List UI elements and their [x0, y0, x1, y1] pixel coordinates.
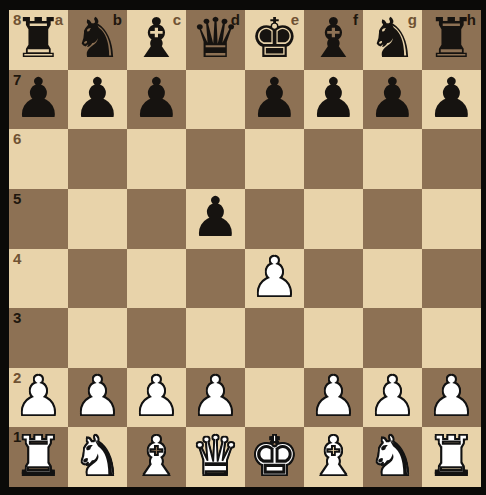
white-queen-d1-icon[interactable]: ♛ — [191, 429, 240, 484]
black-pawn-c7-icon[interactable]: ♟ — [132, 71, 181, 126]
white-pawn-c2-icon[interactable]: ♟ — [132, 369, 181, 424]
white-king-e1-icon[interactable]: ♚ — [250, 429, 299, 484]
black-rook-a8-icon[interactable]: ♜ — [14, 11, 63, 66]
square-f3[interactable] — [304, 308, 363, 368]
square-b2[interactable]: ♟ — [68, 368, 127, 428]
white-pawn-h2-icon[interactable]: ♟ — [427, 369, 476, 424]
square-e2[interactable] — [245, 368, 304, 428]
square-e8[interactable]: e♚ — [245, 10, 304, 70]
square-c8[interactable]: c♝ — [127, 10, 186, 70]
square-a6[interactable]: 6 — [9, 129, 68, 189]
square-c6[interactable] — [127, 129, 186, 189]
square-g8[interactable]: g♞ — [363, 10, 422, 70]
rank-label-6: 6 — [13, 131, 21, 146]
white-rook-a1-icon[interactable]: ♜ — [14, 429, 63, 484]
black-queen-d8-icon[interactable]: ♛ — [191, 11, 240, 66]
square-d1[interactable]: ♛ — [186, 427, 245, 487]
black-pawn-b7-icon[interactable]: ♟ — [73, 71, 122, 126]
square-d5[interactable]: ♟ — [186, 189, 245, 249]
square-e1[interactable]: ♚ — [245, 427, 304, 487]
square-h8[interactable]: h♜ — [422, 10, 481, 70]
white-pawn-a2-icon[interactable]: ♟ — [14, 369, 63, 424]
square-h4[interactable] — [422, 249, 481, 309]
square-f7[interactable]: ♟ — [304, 70, 363, 130]
square-d8[interactable]: d♛ — [186, 10, 245, 70]
square-f5[interactable] — [304, 189, 363, 249]
chess-board: 8a♜b♞c♝d♛e♚f♝g♞h♜7♟♟♟♟♟♟♟65♟4♟32♟♟♟♟♟♟♟1… — [9, 10, 481, 487]
square-c7[interactable]: ♟ — [127, 70, 186, 130]
square-c1[interactable]: ♝ — [127, 427, 186, 487]
white-knight-b1-icon[interactable]: ♞ — [73, 429, 122, 484]
square-d6[interactable] — [186, 129, 245, 189]
square-b5[interactable] — [68, 189, 127, 249]
square-d2[interactable]: ♟ — [186, 368, 245, 428]
square-e4[interactable]: ♟ — [245, 249, 304, 309]
square-e5[interactable] — [245, 189, 304, 249]
black-king-e8-icon[interactable]: ♚ — [250, 11, 299, 66]
square-b1[interactable]: ♞ — [68, 427, 127, 487]
square-a4[interactable]: 4 — [9, 249, 68, 309]
rank-label-3: 3 — [13, 310, 21, 325]
square-a1[interactable]: 1♜ — [9, 427, 68, 487]
square-h5[interactable] — [422, 189, 481, 249]
black-rook-h8-icon[interactable]: ♜ — [427, 11, 476, 66]
white-rook-h1-icon[interactable]: ♜ — [427, 429, 476, 484]
square-e3[interactable] — [245, 308, 304, 368]
square-h7[interactable]: ♟ — [422, 70, 481, 130]
square-f8[interactable]: f♝ — [304, 10, 363, 70]
rank-label-5: 5 — [13, 191, 21, 206]
black-knight-b8-icon[interactable]: ♞ — [73, 11, 122, 66]
black-pawn-h7-icon[interactable]: ♟ — [427, 71, 476, 126]
square-a5[interactable]: 5 — [9, 189, 68, 249]
white-pawn-f2-icon[interactable]: ♟ — [309, 369, 358, 424]
square-a8[interactable]: 8a♜ — [9, 10, 68, 70]
square-d4[interactable] — [186, 249, 245, 309]
square-b8[interactable]: b♞ — [68, 10, 127, 70]
square-f2[interactable]: ♟ — [304, 368, 363, 428]
square-g7[interactable]: ♟ — [363, 70, 422, 130]
black-bishop-f8-icon[interactable]: ♝ — [309, 11, 358, 66]
square-h1[interactable]: ♜ — [422, 427, 481, 487]
square-h6[interactable] — [422, 129, 481, 189]
black-pawn-d5-icon[interactable]: ♟ — [191, 190, 240, 245]
black-pawn-a7-icon[interactable]: ♟ — [14, 71, 63, 126]
square-d3[interactable] — [186, 308, 245, 368]
black-knight-g8-icon[interactable]: ♞ — [368, 11, 417, 66]
chess-board-frame: 8a♜b♞c♝d♛e♚f♝g♞h♜7♟♟♟♟♟♟♟65♟4♟32♟♟♟♟♟♟♟1… — [0, 0, 486, 495]
black-bishop-c8-icon[interactable]: ♝ — [132, 11, 181, 66]
square-c3[interactable] — [127, 308, 186, 368]
square-g1[interactable]: ♞ — [363, 427, 422, 487]
square-b6[interactable] — [68, 129, 127, 189]
square-a2[interactable]: 2♟ — [9, 368, 68, 428]
square-a7[interactable]: 7♟ — [9, 70, 68, 130]
black-pawn-f7-icon[interactable]: ♟ — [309, 71, 358, 126]
white-pawn-b2-icon[interactable]: ♟ — [73, 369, 122, 424]
white-bishop-c1-icon[interactable]: ♝ — [132, 429, 181, 484]
rank-label-4: 4 — [13, 251, 21, 266]
square-c2[interactable]: ♟ — [127, 368, 186, 428]
square-f4[interactable] — [304, 249, 363, 309]
square-e6[interactable] — [245, 129, 304, 189]
white-bishop-f1-icon[interactable]: ♝ — [309, 429, 358, 484]
square-b3[interactable] — [68, 308, 127, 368]
white-pawn-e4-icon[interactable]: ♟ — [250, 250, 299, 305]
black-pawn-e7-icon[interactable]: ♟ — [250, 71, 299, 126]
square-g3[interactable] — [363, 308, 422, 368]
square-b4[interactable] — [68, 249, 127, 309]
square-h3[interactable] — [422, 308, 481, 368]
square-d7[interactable] — [186, 70, 245, 130]
square-g4[interactable] — [363, 249, 422, 309]
square-g2[interactable]: ♟ — [363, 368, 422, 428]
square-c4[interactable] — [127, 249, 186, 309]
black-pawn-g7-icon[interactable]: ♟ — [368, 71, 417, 126]
square-h2[interactable]: ♟ — [422, 368, 481, 428]
square-f6[interactable] — [304, 129, 363, 189]
white-knight-g1-icon[interactable]: ♞ — [368, 429, 417, 484]
square-g6[interactable] — [363, 129, 422, 189]
white-pawn-d2-icon[interactable]: ♟ — [191, 369, 240, 424]
square-g5[interactable] — [363, 189, 422, 249]
square-a3[interactable]: 3 — [9, 308, 68, 368]
square-e7[interactable]: ♟ — [245, 70, 304, 130]
square-c5[interactable] — [127, 189, 186, 249]
white-pawn-g2-icon[interactable]: ♟ — [368, 369, 417, 424]
square-b7[interactable]: ♟ — [68, 70, 127, 130]
square-f1[interactable]: ♝ — [304, 427, 363, 487]
